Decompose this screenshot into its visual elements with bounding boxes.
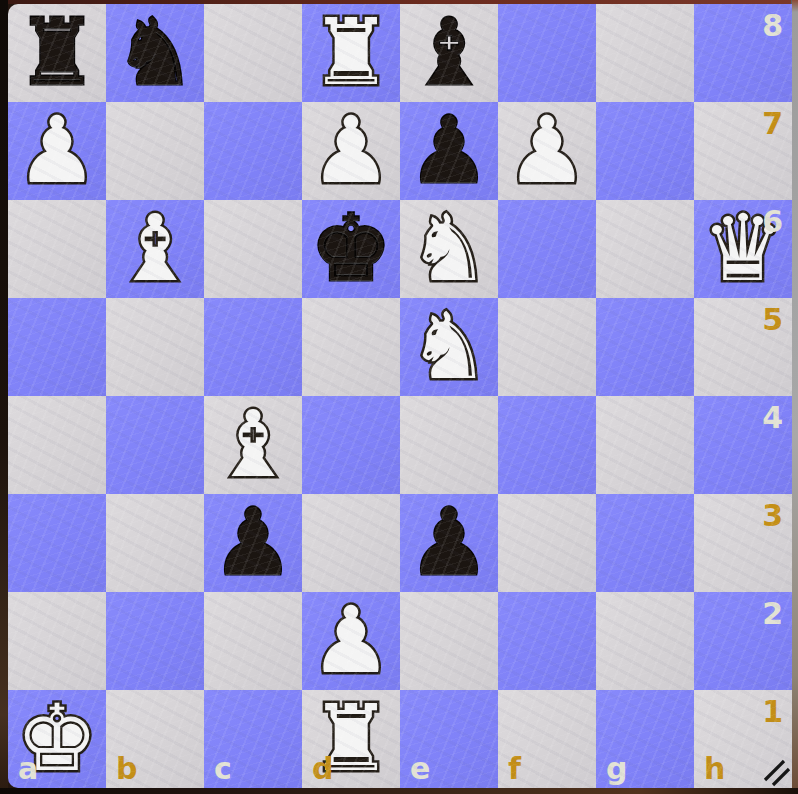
square-b6[interactable]: ♝ — [106, 200, 204, 298]
square-a7[interactable]: ♟ — [8, 102, 106, 200]
square-h4[interactable]: 4 — [694, 396, 792, 494]
rank-label-2: 2 — [762, 599, 783, 629]
rank-label-4: 4 — [762, 403, 783, 433]
square-e3[interactable]: ♟ — [400, 494, 498, 592]
square-c7[interactable] — [204, 102, 302, 200]
square-h8[interactable]: 8 — [694, 4, 792, 102]
rank-label-8: 8 — [762, 11, 783, 41]
white-pawn[interactable]: ♟ — [506, 102, 588, 200]
square-d6[interactable]: ♚ — [302, 200, 400, 298]
square-a2[interactable] — [8, 592, 106, 690]
black-pawn[interactable]: ♟ — [212, 494, 294, 592]
square-e8[interactable]: ♝ — [400, 4, 498, 102]
white-bishop[interactable]: ♝ — [114, 200, 196, 298]
white-rook[interactable]: ♜ — [310, 4, 392, 102]
square-a8[interactable]: ♜ — [8, 4, 106, 102]
square-a4[interactable] — [8, 396, 106, 494]
square-d3[interactable] — [302, 494, 400, 592]
square-d8[interactable]: ♜ — [302, 4, 400, 102]
square-a6[interactable] — [8, 200, 106, 298]
square-c6[interactable] — [204, 200, 302, 298]
rank-label-6: 6 — [762, 207, 783, 237]
square-h5[interactable]: 5 — [694, 298, 792, 396]
white-knight[interactable]: ♞ — [408, 200, 490, 298]
square-g6[interactable] — [596, 200, 694, 298]
square-f7[interactable]: ♟ — [498, 102, 596, 200]
white-pawn[interactable]: ♟ — [16, 102, 98, 200]
window-edge-bottom — [0, 788, 798, 794]
window-edge-right — [791, 0, 798, 794]
square-b8[interactable]: ♞ — [106, 4, 204, 102]
file-label-e: e — [410, 754, 430, 784]
rank-label-5: 5 — [762, 305, 783, 335]
square-c4[interactable]: ♝ — [204, 396, 302, 494]
square-e5[interactable]: ♞ — [400, 298, 498, 396]
square-g3[interactable] — [596, 494, 694, 592]
square-f5[interactable] — [498, 298, 596, 396]
square-d1[interactable]: ♜d — [302, 690, 400, 788]
square-g1[interactable]: g — [596, 690, 694, 788]
square-d4[interactable] — [302, 396, 400, 494]
square-e7[interactable]: ♟ — [400, 102, 498, 200]
black-pawn[interactable]: ♟ — [408, 494, 490, 592]
square-b2[interactable] — [106, 592, 204, 690]
square-g7[interactable] — [596, 102, 694, 200]
square-a3[interactable] — [8, 494, 106, 592]
square-e2[interactable] — [400, 592, 498, 690]
white-pawn[interactable]: ♟ — [310, 592, 392, 690]
window-edge-left — [0, 0, 8, 794]
square-b1[interactable]: b — [106, 690, 204, 788]
square-c5[interactable] — [204, 298, 302, 396]
square-a5[interactable] — [8, 298, 106, 396]
square-c1[interactable]: c — [204, 690, 302, 788]
square-g4[interactable] — [596, 396, 694, 494]
square-e4[interactable] — [400, 396, 498, 494]
file-label-h: h — [704, 754, 725, 784]
black-knight[interactable]: ♞ — [114, 4, 196, 102]
white-bishop[interactable]: ♝ — [212, 396, 294, 494]
square-b7[interactable] — [106, 102, 204, 200]
file-label-f: f — [508, 754, 521, 784]
square-c2[interactable] — [204, 592, 302, 690]
square-g2[interactable] — [596, 592, 694, 690]
square-d7[interactable]: ♟ — [302, 102, 400, 200]
square-f1[interactable]: f — [498, 690, 596, 788]
square-b4[interactable] — [106, 396, 204, 494]
black-bishop[interactable]: ♝ — [408, 4, 490, 102]
square-h3[interactable]: 3 — [694, 494, 792, 592]
black-pawn[interactable]: ♟ — [408, 102, 490, 200]
rank-label-3: 3 — [762, 501, 783, 531]
square-h6[interactable]: ♛6 — [694, 200, 792, 298]
square-d2[interactable]: ♟ — [302, 592, 400, 690]
square-f8[interactable] — [498, 4, 596, 102]
square-c3[interactable]: ♟ — [204, 494, 302, 592]
rank-label-7: 7 — [762, 109, 783, 139]
square-f3[interactable] — [498, 494, 596, 592]
square-f4[interactable] — [498, 396, 596, 494]
square-c8[interactable] — [204, 4, 302, 102]
square-e1[interactable]: e — [400, 690, 498, 788]
chess-board[interactable]: ♜♞♜♝8♟♟♟♟7♝♚♞♛6♞5♝4♟♟3♟2♚abc♜defg1h — [8, 4, 792, 788]
white-knight[interactable]: ♞ — [408, 298, 490, 396]
square-b3[interactable] — [106, 494, 204, 592]
square-h2[interactable]: 2 — [694, 592, 792, 690]
black-rook[interactable]: ♜ — [16, 4, 98, 102]
square-a1[interactable]: ♚a — [8, 690, 106, 788]
square-d5[interactable] — [302, 298, 400, 396]
square-f6[interactable] — [498, 200, 596, 298]
resize-handle-icon[interactable] — [763, 759, 791, 787]
square-e6[interactable]: ♞ — [400, 200, 498, 298]
square-f2[interactable] — [498, 592, 596, 690]
file-label-a: a — [18, 754, 38, 784]
file-label-c: c — [214, 754, 232, 784]
square-b5[interactable] — [106, 298, 204, 396]
file-label-b: b — [116, 754, 137, 784]
white-pawn[interactable]: ♟ — [310, 102, 392, 200]
file-label-d: d — [312, 754, 333, 784]
black-king[interactable]: ♚ — [310, 200, 392, 298]
square-h7[interactable]: 7 — [694, 102, 792, 200]
square-g5[interactable] — [596, 298, 694, 396]
rank-label-1: 1 — [762, 697, 783, 727]
square-g8[interactable] — [596, 4, 694, 102]
file-label-g: g — [606, 754, 627, 784]
